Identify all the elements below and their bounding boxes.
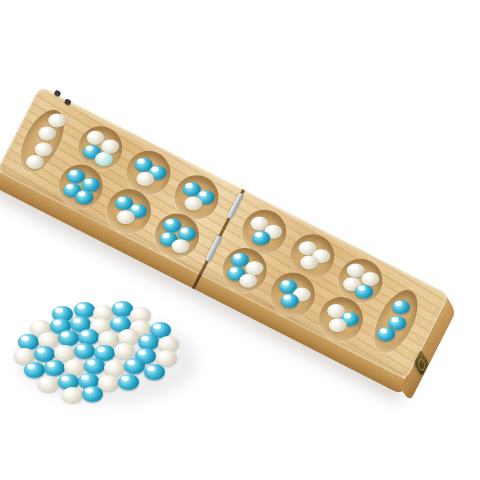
- stone-blue[interactable]: [84, 358, 105, 374]
- stone-clear[interactable]: [329, 318, 347, 332]
- stone-clear[interactable]: [48, 114, 66, 128]
- stone-blue[interactable]: [24, 362, 45, 378]
- stone-blue[interactable]: [144, 364, 165, 380]
- stone-blue[interactable]: [124, 358, 145, 374]
- stone-clear[interactable]: [26, 155, 44, 169]
- stone-blue[interactable]: [74, 343, 95, 359]
- stone-blue[interactable]: [377, 327, 395, 341]
- stone-clear[interactable]: [64, 359, 85, 375]
- stone-blue[interactable]: [355, 285, 373, 299]
- stone-clear[interactable]: [300, 255, 318, 269]
- stone-clear[interactable]: [62, 387, 83, 403]
- stone-blue[interactable]: [392, 300, 410, 314]
- stone-blue[interactable]: [252, 231, 270, 245]
- stone-clear[interactable]: [239, 274, 257, 288]
- store-left[interactable]: [12, 103, 73, 179]
- stone-blue[interactable]: [75, 190, 93, 204]
- stone-clear[interactable]: [184, 196, 202, 210]
- photo-background: [0, 0, 480, 480]
- stone-blue[interactable]: [82, 386, 103, 402]
- stone-clear[interactable]: [114, 343, 135, 359]
- stone-clear[interactable]: [172, 239, 190, 253]
- stone-clear[interactable]: [156, 350, 177, 366]
- stone-blue[interactable]: [44, 360, 65, 376]
- stone-lightblue[interactable]: [95, 152, 113, 166]
- latch-hook-icon: [54, 90, 62, 97]
- latch-hook-icon: [64, 98, 72, 105]
- stone-clear[interactable]: [136, 172, 154, 186]
- stone-blue[interactable]: [118, 374, 139, 390]
- stone-blue[interactable]: [281, 294, 299, 308]
- stone-clear[interactable]: [38, 376, 59, 392]
- stone-clear[interactable]: [104, 360, 125, 376]
- stone-blue[interactable]: [58, 330, 79, 346]
- stone-clear[interactable]: [38, 126, 56, 140]
- stone-clear[interactable]: [117, 210, 135, 224]
